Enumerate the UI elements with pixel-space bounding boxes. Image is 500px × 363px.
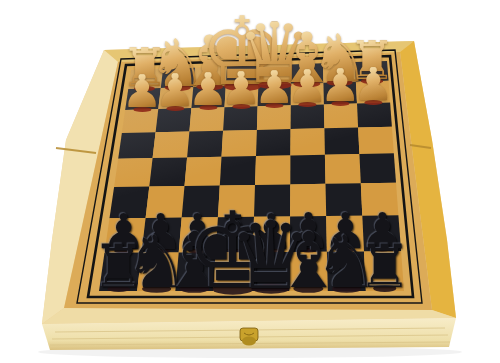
product-photo-scene: ♜♞♝♚♛♝♞♜♟♟♟♟♟♟♟♟♟♟♟♟♟♟♟♟♜♞♝♚♛♝♞♜ [0,0,500,363]
board-sheen [99,61,404,291]
brass-latch-icon [240,328,258,346]
chess-board-photo [0,0,500,363]
